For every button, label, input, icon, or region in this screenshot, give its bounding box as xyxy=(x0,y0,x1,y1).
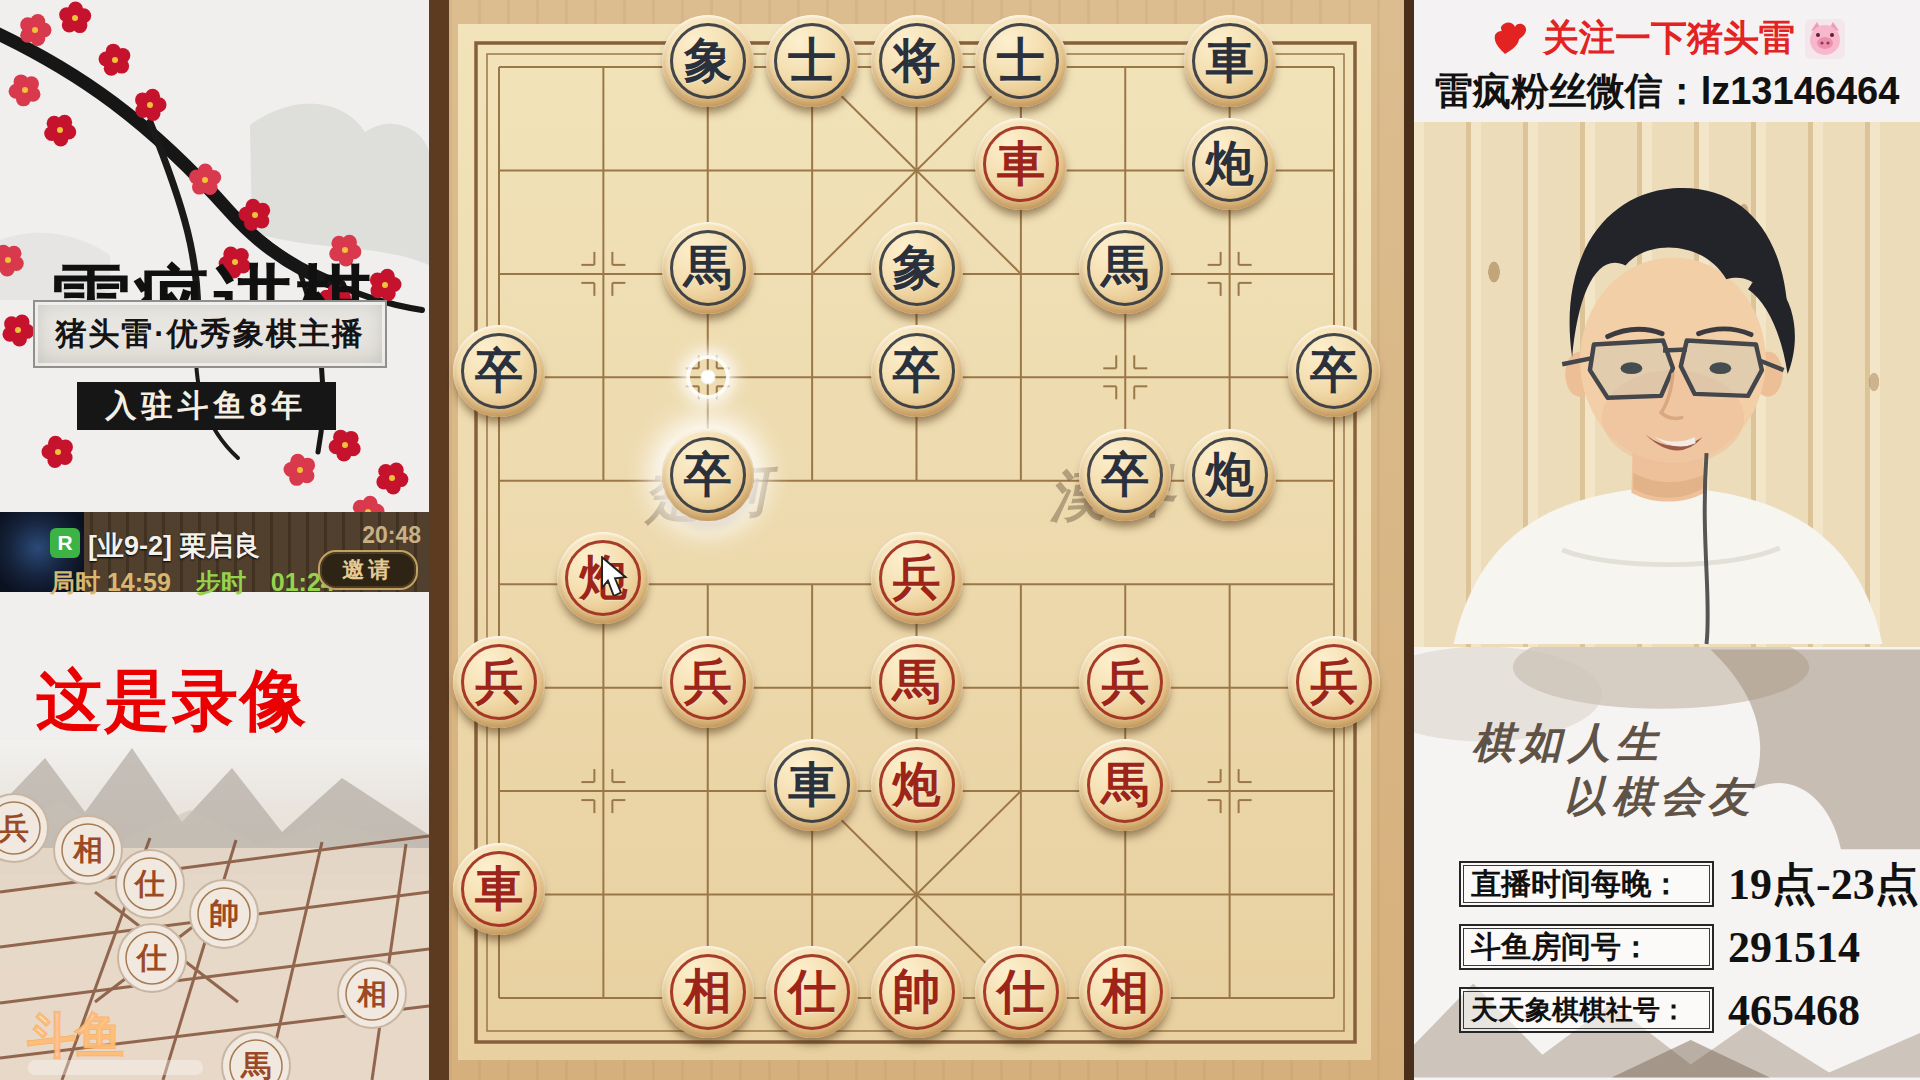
piece-glyph: 仕 xyxy=(997,960,1045,1024)
piece-glyph: 馬 xyxy=(893,650,941,714)
piece-glyph: 炮 xyxy=(1206,132,1254,196)
wechat-id: lz13146464 xyxy=(1701,70,1900,112)
info-row-0: 直播时间每晚：19点-23点 xyxy=(1459,859,1919,909)
piece-glyph: 仕 xyxy=(788,960,836,1024)
info-label-box: 天天象棋棋社号： xyxy=(1459,987,1714,1033)
piece-red-車-f6r1[interactable]: 車 xyxy=(975,118,1067,210)
last-move-origin-marker xyxy=(686,355,730,399)
piece-red-車-f1r8[interactable]: 車 xyxy=(453,843,545,935)
piece-red-兵-f7r6[interactable]: 兵 xyxy=(1079,636,1171,728)
info-label-box: 直播时间每晚： xyxy=(1459,861,1714,907)
piece-black-卒-f3r4[interactable]: 卒 xyxy=(662,429,754,521)
piece-black-卒-f7r4[interactable]: 卒 xyxy=(1079,429,1171,521)
piece-glyph: 兵 xyxy=(1310,650,1358,714)
piece-red-馬-f7r7[interactable]: 馬 xyxy=(1079,739,1171,831)
piece-red-馬-f5r6[interactable]: 馬 xyxy=(871,636,963,728)
info-value: 291514 xyxy=(1728,922,1860,973)
piece-glyph: 兵 xyxy=(475,650,523,714)
info-row-2: 天天象棋棋社号：465468 xyxy=(1459,985,1860,1035)
piece-red-仕-f4r9[interactable]: 仕 xyxy=(766,946,858,1038)
follow-line: 关注一下猪头雷 xyxy=(1414,14,1920,63)
piece-red-兵-f3r6[interactable]: 兵 xyxy=(662,636,754,728)
piece-red-兵-f1r6[interactable]: 兵 xyxy=(453,636,545,728)
piece-glyph: 将 xyxy=(893,29,941,93)
piece-black-士-f4r0[interactable]: 士 xyxy=(766,15,858,107)
piece-glyph: 車 xyxy=(1206,29,1254,93)
piece-glyph: 相 xyxy=(1101,960,1149,1024)
piece-red-炮-f5r7[interactable]: 炮 xyxy=(871,739,963,831)
piece-black-象-f3r0[interactable]: 象 xyxy=(662,15,754,107)
piece-red-兵-f9r6[interactable]: 兵 xyxy=(1288,636,1380,728)
piece-black-炮-f8r4[interactable]: 炮 xyxy=(1184,429,1276,521)
piece-red-仕-f6r9[interactable]: 仕 xyxy=(975,946,1067,1038)
piece-glyph: 車 xyxy=(788,753,836,817)
wechat-line: 雷疯粉丝微信：lz13146464 xyxy=(1414,66,1920,117)
piece-glyph: 象 xyxy=(893,236,941,300)
piece-glyph: 士 xyxy=(788,29,836,93)
motto-line1: 棋如人生 xyxy=(1472,715,1664,771)
mouse-cursor xyxy=(598,556,632,596)
piece-black-卒-f9r3[interactable]: 卒 xyxy=(1288,325,1380,417)
info-row-1: 斗鱼房间号：291514 xyxy=(1459,922,1860,972)
streamer-portrait xyxy=(1414,122,1920,647)
promo-strip: 关注一下猪头雷 雷疯粉丝微信：lz13146464 xyxy=(1414,0,1920,122)
piece-red-兵-f5r5[interactable]: 兵 xyxy=(871,532,963,624)
stream-info-section: 棋如人生 以棋会友 直播时间每晚：19点-23点斗鱼房间号：291514天天象棋… xyxy=(1414,647,1920,1080)
piece-glyph: 士 xyxy=(997,29,1045,93)
info-label: 直播时间每晚： xyxy=(1471,864,1681,905)
piece-black-象-f5r2[interactable]: 象 xyxy=(871,222,963,314)
hearts-icon xyxy=(1489,21,1533,57)
piece-black-士-f6r0[interactable]: 士 xyxy=(975,15,1067,107)
piece-glyph: 車 xyxy=(997,132,1045,196)
info-label: 天天象棋棋社号： xyxy=(1471,992,1687,1028)
info-label-box: 斗鱼房间号： xyxy=(1459,924,1714,970)
follow-text: 关注一下猪头雷 xyxy=(1543,14,1795,63)
piece-glyph: 卒 xyxy=(893,339,941,403)
piece-black-将-f5r0[interactable]: 将 xyxy=(871,15,963,107)
piece-glyph: 炮 xyxy=(893,753,941,817)
piece-glyph: 馬 xyxy=(1101,753,1149,817)
piece-glyph: 車 xyxy=(475,857,523,921)
piece-glyph: 相 xyxy=(684,960,732,1024)
piece-black-車-f4r7[interactable]: 車 xyxy=(766,739,858,831)
webcam-feed xyxy=(1414,122,1920,647)
info-value: 19点-23点 xyxy=(1728,855,1919,914)
piece-glyph: 兵 xyxy=(893,546,941,610)
piece-black-車-f8r0[interactable]: 車 xyxy=(1184,15,1276,107)
piece-glyph: 兵 xyxy=(684,650,732,714)
motto-line2: 以棋会友 xyxy=(1564,769,1756,825)
info-value: 465468 xyxy=(1728,985,1860,1036)
piece-glyph: 卒 xyxy=(1101,443,1149,507)
piece-glyph: 馬 xyxy=(1101,236,1149,300)
piece-glyph: 炮 xyxy=(1206,443,1254,507)
piece-glyph: 馬 xyxy=(684,236,732,300)
info-label: 斗鱼房间号： xyxy=(1471,927,1651,968)
piece-red-帥-f5r9[interactable]: 帥 xyxy=(871,946,963,1038)
piece-glyph: 卒 xyxy=(684,443,732,507)
piece-black-炮-f8r1[interactable]: 炮 xyxy=(1184,118,1276,210)
piece-black-卒-f5r3[interactable]: 卒 xyxy=(871,325,963,417)
piece-glyph: 兵 xyxy=(1101,650,1149,714)
pig-emoji-icon xyxy=(1805,19,1845,59)
piece-glyph: 帥 xyxy=(893,960,941,1024)
wechat-label: 雷疯粉丝微信： xyxy=(1435,70,1701,112)
piece-black-馬-f3r2[interactable]: 馬 xyxy=(662,222,754,314)
piece-glyph: 象 xyxy=(684,29,732,93)
right-info-panel: 关注一下猪头雷 雷疯粉丝微信：lz13146464 xyxy=(1404,0,1920,1080)
piece-black-卒-f1r3[interactable]: 卒 xyxy=(453,325,545,417)
piece-glyph: 卒 xyxy=(1310,339,1358,403)
piece-glyph: 卒 xyxy=(475,339,523,403)
stream-screen: 雷疯讲棋 猪头雷·优秀象棋主播 入驻斗鱼8年 R [业9-2] 栗启良 20:4… xyxy=(0,0,1920,1080)
piece-black-馬-f7r2[interactable]: 馬 xyxy=(1079,222,1171,314)
piece-red-相-f3r9[interactable]: 相 xyxy=(662,946,754,1038)
piece-red-相-f7r9[interactable]: 相 xyxy=(1079,946,1171,1038)
